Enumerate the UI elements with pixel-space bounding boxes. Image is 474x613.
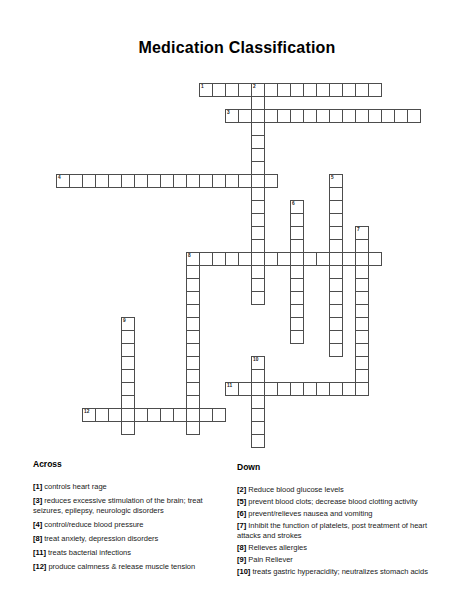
grid-cell[interactable] [251,265,265,279]
grid-cell[interactable] [134,408,148,422]
grid-cell[interactable] [225,83,239,97]
grid-cell[interactable] [355,83,369,97]
clue-item-number: [2] [237,485,246,494]
grid-cell[interactable] [121,421,135,435]
grid-cell[interactable] [186,330,200,344]
grid-cell[interactable] [277,252,291,266]
grid-cell[interactable] [251,395,265,409]
grid-cell[interactable] [121,330,135,344]
grid-cell[interactable] [238,109,252,123]
grid-cell[interactable] [186,421,200,435]
clue-number: 8 [188,253,191,258]
grid-cell[interactable] [290,278,304,292]
clue-item-number: [7] [237,521,246,530]
grid-cell[interactable] [108,408,122,422]
grid-cell[interactable] [342,382,356,396]
grid-cell[interactable] [212,174,226,188]
grid-cell[interactable] [355,291,369,305]
grid-cell[interactable] [251,187,265,201]
grid-cell[interactable] [121,395,135,409]
clue-item-number: [10] [237,567,250,576]
across-header: Across [33,459,229,469]
grid-cell[interactable] [290,239,304,253]
clue-number: 2 [253,84,256,89]
grid-cell[interactable] [329,382,343,396]
grid-cell[interactable] [186,291,200,305]
grid-cell[interactable] [95,174,109,188]
grid-cell[interactable] [69,174,83,188]
grid-cell[interactable] [264,382,278,396]
grid-cell[interactable] [277,83,291,97]
grid-cell[interactable] [186,278,200,292]
clue-item: [11] treats bacterial infections [33,548,229,558]
grid-cell[interactable] [303,109,317,123]
grid-cell[interactable] [290,109,304,123]
grid-cell[interactable] [368,83,382,97]
clue-item-number: [5] [237,497,246,506]
grid-cell[interactable] [355,109,369,123]
grid-cell[interactable] [121,343,135,357]
grid-cell[interactable] [329,226,343,240]
grid-cell[interactable] [329,343,343,357]
grid-cell[interactable] [329,252,343,266]
grid-cell[interactable] [342,83,356,97]
clue-number: 10 [253,357,258,362]
clue-item: [6] prevent/relieves nausea and vomiting [237,509,449,519]
grid-cell[interactable] [355,343,369,357]
down-header: Down [237,462,449,472]
grid-cell[interactable] [121,408,135,422]
clue-number: 7 [357,227,360,232]
grid-cell[interactable] [238,252,252,266]
clue-item: [5] prevent blood clots; decrease blood … [237,497,449,507]
down-clue-list: [2] Reduce blood glucose levels[5] preve… [237,485,449,576]
clue-item: [3] reduces excessive stimulation of the… [33,496,229,515]
clue-number: 5 [331,175,334,180]
grid-cell[interactable]: 4 [56,174,70,188]
grid-cell[interactable] [186,369,200,383]
across-clue-list: [1] controls heart rage[3] reduces exces… [33,482,229,571]
grid-cell[interactable]: 3 [225,109,239,123]
grid-cell[interactable] [342,109,356,123]
grid-cell[interactable] [329,304,343,318]
clue-number: 11 [227,383,232,388]
grid-cell[interactable] [186,395,200,409]
grid-cell[interactable] [290,291,304,305]
grid-cell[interactable] [212,408,226,422]
grid-cell[interactable] [290,226,304,240]
grid-cell[interactable] [290,382,304,396]
grid-cell[interactable] [264,252,278,266]
clue-item: [10] treats gastric hyperacidity; neutra… [237,567,449,577]
grid-cell[interactable] [290,304,304,318]
down-clues-section: Down [2] Reduce blood glucose levels[5] … [237,462,449,579]
grid-cell[interactable] [264,174,278,188]
grid-cell[interactable] [316,109,330,123]
grid-cell[interactable]: 5 [329,174,343,188]
grid-cell[interactable] [121,174,135,188]
clue-item-number: [6] [237,509,246,518]
grid-cell[interactable]: 7 [355,226,369,240]
grid-cell[interactable] [251,291,265,305]
grid-cell[interactable] [186,356,200,370]
grid-cell[interactable] [355,265,369,279]
grid-cell[interactable] [355,278,369,292]
clue-item-number: [12] [33,562,46,571]
grid-cell[interactable] [342,252,356,266]
grid-cell[interactable] [329,109,343,123]
grid-cell[interactable] [329,213,343,227]
grid-cell[interactable] [173,408,187,422]
grid-cell[interactable] [186,317,200,331]
grid-cell[interactable] [329,187,343,201]
grid-cell[interactable] [251,408,265,422]
clue-item: [7] Inhibit the function of platelets, p… [237,521,449,540]
grid-cell[interactable] [134,174,148,188]
grid-cell[interactable] [121,369,135,383]
grid-cell[interactable] [329,239,343,253]
clue-number: 9 [123,318,126,323]
clue-item-number: [9] [237,555,246,564]
grid-cell[interactable]: 9 [121,317,135,331]
grid-cell[interactable] [251,109,265,123]
grid-cell[interactable] [264,83,278,97]
grid-cell[interactable] [329,278,343,292]
grid-cell[interactable] [329,265,343,279]
grid-cell[interactable] [407,109,421,123]
grid-cell[interactable] [186,343,200,357]
grid-cell[interactable] [160,408,174,422]
grid-cell[interactable] [303,382,317,396]
grid-cell[interactable] [251,369,265,383]
grid-cell[interactable] [290,252,304,266]
grid-cell[interactable] [251,278,265,292]
grid-cell[interactable] [186,174,200,188]
grid-cell[interactable] [316,252,330,266]
grid-cell[interactable] [329,330,343,344]
grid-cell[interactable] [355,317,369,331]
grid-cell[interactable] [186,265,200,279]
grid-cell[interactable] [329,317,343,331]
clue-item: [1] controls heart rage [33,482,229,492]
clue-item-number: [11] [33,548,46,557]
grid-cell[interactable] [368,252,382,266]
clue-number: 4 [58,175,61,180]
grid-cell[interactable]: 6 [290,200,304,214]
grid-cell[interactable] [251,135,265,149]
grid-cell[interactable] [95,408,109,422]
grid-cell[interactable] [199,252,213,266]
grid-cell[interactable] [329,291,343,305]
grid-cell[interactable] [355,356,369,370]
grid-cell[interactable] [238,174,252,188]
clue-item: [12] produce calmness & release muscle t… [33,562,229,572]
grid-cell[interactable] [277,382,291,396]
across-clues-section: Across [1] controls heart rage[3] reduce… [33,459,229,576]
clue-item: [2] Reduce blood glucose levels [237,485,449,495]
grid-cell[interactable] [355,239,369,253]
crossword-grid: 123456789101112 [56,83,421,448]
clue-number: 3 [227,110,230,115]
grid-cell[interactable] [355,369,369,383]
grid-cell[interactable] [251,148,265,162]
grid-cell[interactable] [251,122,265,136]
grid-cell[interactable] [355,330,369,344]
grid-cell[interactable] [251,382,265,396]
clue-number: 6 [292,201,295,206]
grid-cell[interactable]: 8 [186,252,200,266]
grid-cell[interactable] [225,252,239,266]
grid-cell[interactable]: 1 [199,83,213,97]
worksheet-page: Medication Classification 12345678910111… [0,0,474,613]
grid-cell[interactable] [394,109,408,123]
grid-cell[interactable]: 12 [82,408,96,422]
grid-cell[interactable] [329,200,343,214]
grid-cell[interactable] [186,382,200,396]
grid-cell[interactable] [316,382,330,396]
clue-item-number: [4] [33,520,42,529]
grid-cell[interactable] [277,109,291,123]
grid-cell[interactable] [160,174,174,188]
clue-item: [8] treat anxiety, depression disorders [33,534,229,544]
clue-number: 12 [84,409,89,414]
grid-cell[interactable] [147,408,161,422]
grid-cell[interactable] [225,174,239,188]
grid-cell[interactable] [290,213,304,227]
grid-cell[interactable] [303,252,317,266]
clue-item-number: [8] [237,543,246,552]
grid-cell[interactable] [212,252,226,266]
grid-cell[interactable] [290,317,304,331]
grid-cell[interactable] [251,252,265,266]
grid-cell[interactable] [251,200,265,214]
grid-cell[interactable] [290,83,304,97]
grid-cell[interactable] [290,330,304,344]
grid-cell[interactable] [186,408,200,422]
grid-cell[interactable] [251,239,265,253]
grid-cell[interactable] [355,252,369,266]
grid-cell[interactable] [264,109,278,123]
clue-item: [8] Relieves allergies [237,543,449,553]
grid-cell[interactable] [121,356,135,370]
grid-cell[interactable] [147,174,161,188]
clue-item: [4] control/reduce blood pressure [33,520,229,530]
grid-cell[interactable] [238,382,252,396]
grid-cell[interactable]: 11 [225,382,239,396]
grid-cell[interactable] [355,382,369,396]
grid-cell[interactable] [238,83,252,97]
grid-cell[interactable] [290,265,304,279]
clue-item-number: [3] [33,496,42,505]
grid-cell[interactable] [199,408,213,422]
grid-cell[interactable] [212,83,226,97]
clue-number: 1 [201,84,204,89]
grid-cell[interactable] [381,109,395,123]
grid-cell[interactable] [82,174,96,188]
grid-cell[interactable] [121,382,135,396]
grid-cell[interactable] [251,421,265,435]
grid-cell[interactable] [329,83,343,97]
clue-item-number: [8] [33,534,42,543]
grid-cell[interactable] [251,161,265,175]
grid-cell[interactable] [355,304,369,318]
grid-cell[interactable] [173,174,187,188]
grid-cell[interactable] [108,174,122,188]
grid-cell[interactable] [199,174,213,188]
grid-cell[interactable] [251,434,265,448]
grid-cell[interactable] [251,174,265,188]
grid-cell[interactable] [303,83,317,97]
grid-cell[interactable] [251,226,265,240]
clue-item-number: [1] [33,482,42,491]
clue-item: [9] Pain Reliever [237,555,449,565]
puzzle-title: Medication Classification [0,39,474,57]
grid-cell[interactable] [316,83,330,97]
grid-cell[interactable] [368,109,382,123]
grid-cell[interactable] [186,304,200,318]
grid-cell[interactable]: 10 [251,356,265,370]
grid-cell[interactable] [251,213,265,227]
grid-cell[interactable]: 2 [251,83,265,97]
grid-cell[interactable] [251,96,265,110]
